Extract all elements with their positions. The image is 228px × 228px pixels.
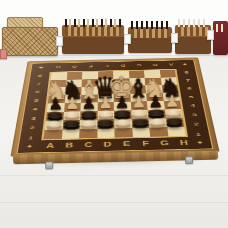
square-c2[interactable] xyxy=(80,119,98,128)
rank-label: 6 xyxy=(35,90,40,94)
file-label: D xyxy=(98,142,117,148)
file-labels-front: ABCDEFGH xyxy=(40,137,195,152)
file-label: E xyxy=(117,141,136,147)
square-b1[interactable] xyxy=(61,129,79,139)
square-a2[interactable] xyxy=(45,120,63,129)
file-label: D xyxy=(115,64,131,67)
file-label: H xyxy=(174,140,194,146)
square-f3[interactable] xyxy=(131,110,149,119)
square-h2[interactable] xyxy=(166,118,185,127)
rank-label: 8 xyxy=(38,74,43,78)
square-g3[interactable] xyxy=(148,109,166,118)
rank-label: 7 xyxy=(36,82,41,86)
board-grid xyxy=(41,69,188,140)
file-label: G xyxy=(66,65,82,68)
rank-label: 5 xyxy=(189,95,194,100)
rank-label: 8 xyxy=(184,70,189,74)
rank-label: 1 xyxy=(195,131,201,136)
square-e2[interactable] xyxy=(114,119,132,128)
rank-label: 2 xyxy=(194,122,200,127)
square-a3[interactable] xyxy=(46,112,64,121)
file-label: B xyxy=(59,142,79,148)
square-e1[interactable] xyxy=(114,128,132,138)
file-label: F xyxy=(136,141,156,147)
square-g1[interactable] xyxy=(149,127,168,137)
board-area: ✦ ✦ ✦ ✦ ABCDEFGH ABCDEFGH 87654321 87654… xyxy=(0,0,228,228)
square-d2[interactable] xyxy=(97,119,114,128)
file-label: B xyxy=(147,63,163,66)
chess-board: ✦ ✦ ✦ ✦ ABCDEFGH ABCDEFGH 87654321 87654… xyxy=(10,57,219,156)
file-label: E xyxy=(99,65,115,68)
rank-label: 4 xyxy=(32,107,37,112)
square-h3[interactable] xyxy=(164,109,182,118)
square-c3[interactable] xyxy=(80,111,97,120)
board-border-frame: ✦ ✦ ✦ ✦ ABCDEFGH ABCDEFGH 87654321 87654… xyxy=(16,60,213,154)
square-g2[interactable] xyxy=(148,118,166,127)
rank-label: 6 xyxy=(187,86,192,90)
rank-label: 2 xyxy=(30,125,35,130)
square-b2[interactable] xyxy=(62,120,80,129)
hinge xyxy=(45,161,53,169)
chess-set-photo: ✦ ✦ ✦ ✦ ABCDEFGH ABCDEFGH 87654321 87654… xyxy=(0,0,228,228)
rank-label: 3 xyxy=(192,112,198,117)
square-b3[interactable] xyxy=(63,111,81,120)
file-label: F xyxy=(83,65,99,68)
square-d3[interactable] xyxy=(97,110,114,119)
file-label: H xyxy=(50,66,66,69)
file-label: A xyxy=(40,143,60,149)
rank-label: 7 xyxy=(185,78,190,82)
square-c1[interactable] xyxy=(79,129,97,139)
square-a1[interactable] xyxy=(44,129,63,139)
square-f1[interactable] xyxy=(132,127,150,137)
square-f2[interactable] xyxy=(131,118,149,127)
rank-label: 4 xyxy=(190,103,195,108)
square-h1[interactable] xyxy=(167,127,186,137)
board-outer-rim: ✦ ✦ ✦ ✦ ABCDEFGH ABCDEFGH 87654321 87654… xyxy=(10,57,219,156)
rank-label: 5 xyxy=(34,98,39,103)
file-label: C xyxy=(131,64,147,67)
square-e3[interactable] xyxy=(114,110,131,119)
rank-label: 3 xyxy=(31,116,36,121)
file-label: G xyxy=(155,140,175,146)
hinge xyxy=(185,156,193,164)
square-d1[interactable] xyxy=(97,128,115,138)
file-label: A xyxy=(163,63,180,66)
file-label: C xyxy=(79,142,98,148)
rank-label: 1 xyxy=(28,135,34,140)
